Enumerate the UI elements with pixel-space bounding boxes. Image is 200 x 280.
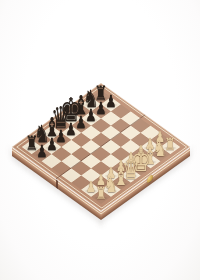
piece-shadow [35,139,49,143]
piece-shadow [104,103,118,107]
piece-shadow [84,189,98,193]
piece-shadow [84,103,98,107]
piece-black-pawn: ♟ [70,114,92,131]
piece-shadow [163,146,177,150]
piece-white-pawn: ♟ [149,130,171,145]
piece-shadow [143,146,157,150]
piece-shadow [54,139,68,143]
piece-shadow [114,167,128,171]
piece-shadow [94,182,108,186]
piece-shadow [94,110,108,114]
piece-black-rook: ♜ [90,83,112,103]
piece-shadow [134,167,148,171]
piece-shadow [153,139,167,143]
piece-shadow [104,174,118,178]
piece-shadow [45,132,59,136]
piece-shadow [25,146,39,150]
piece-shadow [64,132,78,136]
piece-shadow [124,160,138,164]
piece-shadow [143,160,157,164]
piece-shadow [35,153,49,157]
piece-shadow [153,153,167,157]
piece-shadow [54,125,68,129]
product-photo: ♜♞♝♛♚♝♞♜♟♟♟♟♟♟♟♟♟♟♟♟♟♟♟♟♜♞♝♛♚♝♞♜ [0,0,200,280]
piece-black-rook: ♜ [21,133,43,153]
piece-shadow [104,189,118,193]
piece-shadow [114,182,128,186]
piece-shadow [74,110,88,114]
piece-shadow [94,196,108,200]
piece-shadow [84,118,98,122]
piece-shadow [74,125,88,129]
pieces-layer: ♜♞♝♛♚♝♞♜♟♟♟♟♟♟♟♟♟♟♟♟♟♟♟♟♜♞♝♛♚♝♞♜ [0,0,200,280]
piece-shadow [45,146,59,150]
piece-shadow [64,118,78,122]
piece-shadow [124,174,138,178]
piece-shadow [134,153,148,157]
piece-shadow [94,96,108,100]
